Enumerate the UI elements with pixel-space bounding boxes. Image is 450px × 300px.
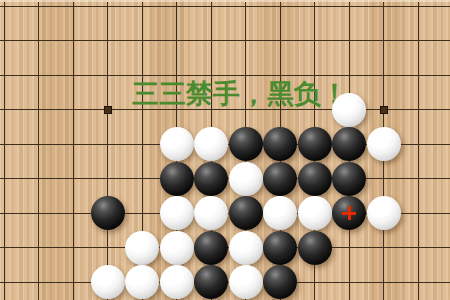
white-stone[interactable] xyxy=(263,196,297,230)
black-stone[interactable] xyxy=(263,127,297,161)
black-stone[interactable] xyxy=(160,162,194,196)
white-stone[interactable] xyxy=(367,196,401,230)
white-stone[interactable] xyxy=(332,93,366,127)
black-stone[interactable] xyxy=(194,231,228,265)
white-stone[interactable] xyxy=(229,231,263,265)
white-stone[interactable] xyxy=(298,196,332,230)
black-stone[interactable] xyxy=(194,265,228,299)
white-stone[interactable] xyxy=(160,196,194,230)
black-stone[interactable] xyxy=(229,196,263,230)
white-stone[interactable] xyxy=(160,265,194,299)
white-stone[interactable] xyxy=(125,265,159,299)
black-stone[interactable] xyxy=(263,265,297,299)
stones-grid xyxy=(0,0,435,299)
black-stone[interactable] xyxy=(298,162,332,196)
black-stone[interactable] xyxy=(263,162,297,196)
white-stone[interactable] xyxy=(194,196,228,230)
renju-app-screen: 三三禁手，黑负！ xyxy=(0,0,450,300)
white-stone[interactable] xyxy=(160,127,194,161)
black-stone[interactable] xyxy=(229,127,263,161)
white-stone[interactable] xyxy=(229,162,263,196)
black-stone[interactable] xyxy=(298,231,332,265)
goban-board[interactable]: 三三禁手，黑负！ xyxy=(0,0,450,300)
forbidden-move-marker-icon xyxy=(342,206,356,220)
white-stone[interactable] xyxy=(194,127,228,161)
black-stone[interactable] xyxy=(332,127,366,161)
black-stone[interactable] xyxy=(332,196,366,230)
black-stone[interactable] xyxy=(263,231,297,265)
white-stone[interactable] xyxy=(229,265,263,299)
black-stone[interactable] xyxy=(91,196,125,230)
white-stone[interactable] xyxy=(125,231,159,265)
white-stone[interactable] xyxy=(91,265,125,299)
black-stone[interactable] xyxy=(298,127,332,161)
white-stone[interactable] xyxy=(160,231,194,265)
white-stone[interactable] xyxy=(367,127,401,161)
black-stone[interactable] xyxy=(332,162,366,196)
black-stone[interactable] xyxy=(194,162,228,196)
